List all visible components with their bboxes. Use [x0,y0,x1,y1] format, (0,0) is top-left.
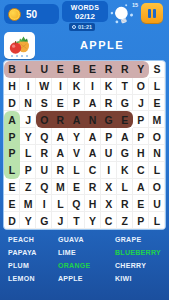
word-list-item: PAPAYA [8,249,58,256]
grid-cell[interactable]: L [149,162,165,179]
grid-cell[interactable]: A [4,111,20,128]
grid-cell[interactable]: C [133,162,149,179]
grid-cell[interactable]: M [20,195,36,212]
current-word-label: APPLE [35,39,169,51]
grid-cell[interactable]: A [133,179,149,196]
grid-cell[interactable]: I [20,78,36,95]
grid-cell[interactable]: S [149,61,165,78]
hint-count-badge: 15 [132,2,138,8]
grid-cell[interactable]: Y [20,212,36,229]
letter-grid: BLUEBERRYSHIWIKIKTOLDNSEPARGJEAJORANGEPM… [3,60,166,230]
grid-cell[interactable]: C [101,212,117,229]
grid-cell[interactable]: Y [20,128,36,145]
grid-cell[interactable]: C [85,162,101,179]
grid-cell[interactable]: L [149,78,165,95]
grid-cell[interactable]: O [149,179,165,196]
grid-cell[interactable]: T [68,212,84,229]
grid-cell[interactable]: Y [68,128,84,145]
grid-cell[interactable]: L [20,61,36,78]
grid-cell[interactable]: L [4,162,20,179]
grid-cell[interactable]: T [117,78,133,95]
grid-cell[interactable]: R [117,61,133,78]
grid-cell[interactable]: L [149,212,165,229]
word-list-item: BLUEBERRY [115,249,165,256]
fruits-icon [8,36,32,55]
grid-cell[interactable]: Z [20,179,36,196]
word-list-item: PEACH [8,236,58,243]
grid-cell[interactable]: P [133,128,149,145]
grid-cell[interactable]: L [117,179,133,196]
grid-cell[interactable]: B [68,61,84,78]
hint-button[interactable]: 15 [110,3,138,28]
grid-cell[interactable]: D [4,212,20,229]
grid-cell[interactable]: N [149,145,165,162]
timer-value: 01:21 [78,24,92,30]
grid-cell[interactable]: V [68,145,84,162]
grid-cell[interactable]: Z [117,212,133,229]
grid-cell[interactable]: G [117,145,133,162]
grid-cell[interactable]: G [101,111,117,128]
grid-cell[interactable]: I [101,162,117,179]
grid-cell[interactable]: A [68,111,84,128]
grid-cell[interactable]: Y [85,212,101,229]
grid-cell[interactable]: H [85,195,101,212]
word-search-app: 50 WORDS 02/12 01:21 15 [0,0,169,300]
grid-cell[interactable]: E [52,95,68,112]
grid-cell[interactable]: A [52,128,68,145]
clock-icon [72,25,76,29]
grid-cell[interactable]: U [36,162,52,179]
pause-icon [148,9,151,18]
grid-cell[interactable]: I [85,78,101,95]
grid-cell[interactable]: R [117,195,133,212]
grid-cell[interactable]: M [52,179,68,196]
grid-cell[interactable]: J [52,212,68,229]
grid-cell[interactable]: I [36,195,52,212]
grid-cell[interactable]: R [52,111,68,128]
word-list-item: GUAVA [58,236,115,243]
words-label: WORDS [62,3,108,12]
grid-cell[interactable]: U [36,61,52,78]
grid-cell[interactable]: A [85,145,101,162]
grid-cell[interactable]: A [117,128,133,145]
grid-cell[interactable]: P [133,111,149,128]
grid-cell[interactable]: X [101,195,117,212]
grid-cell[interactable]: S [36,95,52,112]
coin-count: 50 [26,9,37,20]
grid-cell[interactable]: P [68,95,84,112]
grid-cell[interactable]: E [149,95,165,112]
grid-cell[interactable]: O [133,78,149,95]
grid-cell[interactable]: E [4,179,20,196]
grid-cell[interactable]: J [20,111,36,128]
grid-cell[interactable]: E [133,195,149,212]
word-list-item: ORANGE [58,262,115,269]
grid-cell[interactable]: A [85,128,101,145]
grid-cell[interactable]: Y [133,61,149,78]
coin-icon [8,8,21,21]
grid-cell[interactable]: H [133,145,149,162]
grid-cell[interactable]: A [52,145,68,162]
grid-cell[interactable]: P [20,162,36,179]
grid-cell[interactable]: B [4,61,20,78]
grid-cell[interactable]: O [149,128,165,145]
grid-cell[interactable]: W [36,78,52,95]
grid-cell[interactable]: R [52,162,68,179]
grid-cell[interactable]: P [101,128,117,145]
grid-cell[interactable]: N [85,111,101,128]
grid-cell[interactable]: E [4,195,20,212]
grid-cell[interactable]: Q [68,195,84,212]
grid-cell[interactable]: L [68,162,84,179]
timer-badge: 01:21 [69,23,95,31]
grid-cell[interactable]: U [101,145,117,162]
grid-cell[interactable]: L [20,145,36,162]
grid-cell[interactable]: Q [36,179,52,196]
grid-cell[interactable]: I [52,78,68,95]
word-list-item: PLUM [8,262,58,269]
grid-cell[interactable]: K [117,162,133,179]
word-list-item: LIME [58,249,115,256]
word-list-item: KIWI [115,275,165,282]
grid-cell[interactable]: N [20,95,36,112]
grid-cell[interactable]: M [149,111,165,128]
coin-counter[interactable]: 50 [4,4,59,24]
grid-cell[interactable]: R [85,179,101,196]
word-list-item: GRAPE [115,236,165,243]
grid-cell[interactable]: G [117,95,133,112]
pause-button[interactable] [141,3,163,23]
tile-dots [4,55,35,57]
grid-cell[interactable]: E [68,179,84,196]
grid-cell[interactable]: U [149,195,165,212]
grid-cell[interactable]: E [117,111,133,128]
word-list-item: LEMON [8,275,58,282]
grid-cell[interactable]: O [36,111,52,128]
grid-cell[interactable]: K [101,78,117,95]
grid-cell[interactable]: P [133,212,149,229]
grid-cell[interactable]: R [101,61,117,78]
grid-cell[interactable]: G [36,212,52,229]
word-list-item: APPLE [58,275,115,282]
grid-cell[interactable]: R [36,145,52,162]
grid-cell[interactable]: R [101,95,117,112]
words-progress-badge: WORDS 02/12 [62,1,108,22]
category-tile [4,32,35,59]
grid-cell[interactable]: P [4,145,20,162]
grid-cell[interactable]: H [4,78,20,95]
grid-cell[interactable]: E [85,61,101,78]
grid-cell[interactable]: L [52,195,68,212]
grid-cell[interactable]: P [4,128,20,145]
grid-cell[interactable]: D [4,95,20,112]
grid-cell[interactable]: X [101,179,117,196]
grid-cell[interactable]: J [133,95,149,112]
word-list-item: CHERRY [115,262,165,269]
grid-cell[interactable]: A [85,95,101,112]
grid-cell[interactable]: K [68,78,84,95]
word-list: PEACHPAPAYAPLUMLEMONGUAVALIMEORANGEAPPLE… [8,233,165,285]
grid-cell[interactable]: Q [36,128,52,145]
grid-cell[interactable]: E [52,61,68,78]
words-progress-value: 02/12 [62,12,108,21]
